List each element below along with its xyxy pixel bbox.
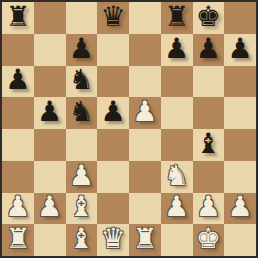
square-h2[interactable]: ♟	[224, 193, 256, 225]
piece-black-queen-d8: ♛	[101, 3, 126, 31]
piece-white-knight-f3: ♞	[164, 162, 189, 190]
square-b1[interactable]	[34, 224, 66, 256]
square-c1[interactable]: ♝	[66, 224, 98, 256]
square-c3[interactable]: ♟	[66, 161, 98, 193]
square-h3[interactable]	[224, 161, 256, 193]
square-d5[interactable]: ♟	[97, 97, 129, 129]
square-e1[interactable]: ♜	[129, 224, 161, 256]
piece-white-pawn-b2: ♟	[37, 193, 62, 221]
piece-black-pawn-c7: ♟	[69, 35, 94, 63]
square-d7[interactable]	[97, 34, 129, 66]
square-a5[interactable]	[2, 97, 34, 129]
square-a7[interactable]	[2, 34, 34, 66]
square-f4[interactable]	[161, 129, 193, 161]
square-c8[interactable]	[66, 2, 98, 34]
square-g5[interactable]	[193, 97, 225, 129]
square-e4[interactable]	[129, 129, 161, 161]
square-h4[interactable]	[224, 129, 256, 161]
square-f7[interactable]: ♟	[161, 34, 193, 66]
piece-white-bishop-c2: ♝	[69, 193, 94, 221]
square-f5[interactable]	[161, 97, 193, 129]
square-c4[interactable]	[66, 129, 98, 161]
square-a8[interactable]: ♜	[2, 2, 34, 34]
piece-black-rook-a8: ♜	[5, 3, 30, 31]
square-h1[interactable]	[224, 224, 256, 256]
square-g3[interactable]	[193, 161, 225, 193]
square-b3[interactable]	[34, 161, 66, 193]
square-b5[interactable]: ♟	[34, 97, 66, 129]
piece-black-bishop-g4: ♝	[196, 130, 221, 158]
square-h7[interactable]: ♟	[224, 34, 256, 66]
square-d8[interactable]: ♛	[97, 2, 129, 34]
square-a3[interactable]	[2, 161, 34, 193]
square-a4[interactable]	[2, 129, 34, 161]
piece-white-queen-d1: ♛	[101, 225, 126, 253]
square-b7[interactable]	[34, 34, 66, 66]
square-a1[interactable]: ♜	[2, 224, 34, 256]
square-a6[interactable]: ♟	[2, 66, 34, 98]
piece-black-knight-c5: ♞	[69, 98, 94, 126]
piece-white-bishop-c1: ♝	[69, 225, 94, 253]
square-g8[interactable]: ♚	[193, 2, 225, 34]
piece-white-pawn-c3: ♟	[69, 162, 94, 190]
square-e6[interactable]	[129, 66, 161, 98]
piece-white-pawn-g2: ♟	[196, 193, 221, 221]
square-e7[interactable]	[129, 34, 161, 66]
square-d2[interactable]	[97, 193, 129, 225]
square-f2[interactable]: ♟	[161, 193, 193, 225]
square-e2[interactable]	[129, 193, 161, 225]
square-h8[interactable]	[224, 2, 256, 34]
piece-black-knight-c6: ♞	[69, 66, 94, 94]
square-d6[interactable]	[97, 66, 129, 98]
piece-black-pawn-a6: ♟	[5, 66, 30, 94]
square-b2[interactable]: ♟	[34, 193, 66, 225]
square-h5[interactable]	[224, 97, 256, 129]
square-b6[interactable]	[34, 66, 66, 98]
piece-white-rook-a1: ♜	[5, 225, 30, 253]
piece-white-king-g1: ♚	[196, 225, 221, 253]
square-e8[interactable]	[129, 2, 161, 34]
square-c5[interactable]: ♞	[66, 97, 98, 129]
square-h6[interactable]	[224, 66, 256, 98]
square-g2[interactable]: ♟	[193, 193, 225, 225]
square-g7[interactable]: ♟	[193, 34, 225, 66]
piece-white-rook-e1: ♜	[132, 225, 157, 253]
piece-white-pawn-f2: ♟	[164, 193, 189, 221]
square-e3[interactable]	[129, 161, 161, 193]
square-d4[interactable]	[97, 129, 129, 161]
square-f8[interactable]: ♜	[161, 2, 193, 34]
piece-black-pawn-b5: ♟	[37, 98, 62, 126]
square-f3[interactable]: ♞	[161, 161, 193, 193]
square-g1[interactable]: ♚	[193, 224, 225, 256]
piece-black-rook-f8: ♜	[164, 3, 189, 31]
piece-black-pawn-f7: ♟	[164, 35, 189, 63]
square-f1[interactable]	[161, 224, 193, 256]
piece-white-pawn-h2: ♟	[228, 193, 253, 221]
piece-black-king-g8: ♚	[196, 3, 221, 31]
square-c7[interactable]: ♟	[66, 34, 98, 66]
square-d1[interactable]: ♛	[97, 224, 129, 256]
piece-white-pawn-e5: ♟	[132, 98, 157, 126]
square-a2[interactable]: ♟	[2, 193, 34, 225]
square-c2[interactable]: ♝	[66, 193, 98, 225]
piece-black-pawn-g7: ♟	[196, 35, 221, 63]
square-g6[interactable]	[193, 66, 225, 98]
square-g4[interactable]: ♝	[193, 129, 225, 161]
chess-board: ♜♛♜♚♟♟♟♟♟♞♟♞♟♟♝♟♞♟♟♝♟♟♟♜♝♛♜♚	[0, 0, 258, 258]
square-b8[interactable]	[34, 2, 66, 34]
square-e5[interactable]: ♟	[129, 97, 161, 129]
square-c6[interactable]: ♞	[66, 66, 98, 98]
piece-black-pawn-h7: ♟	[228, 35, 253, 63]
piece-white-pawn-a2: ♟	[5, 193, 30, 221]
square-d3[interactable]	[97, 161, 129, 193]
piece-black-pawn-d5: ♟	[101, 98, 126, 126]
square-b4[interactable]	[34, 129, 66, 161]
square-f6[interactable]	[161, 66, 193, 98]
